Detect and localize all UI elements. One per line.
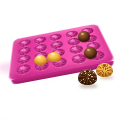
- loose-orange-gugelhupf-cake: [96, 63, 113, 77]
- lemon-cake-in-mold-2: [47, 52, 61, 62]
- product-photo-stage: [0, 0, 120, 120]
- cavity-well: [16, 63, 30, 75]
- mold-cavity-r4c1: [15, 63, 32, 75]
- lemon-cake-in-mold-1: [34, 55, 47, 65]
- chocolate-cake-in-mold-1: [78, 31, 90, 42]
- loose-chocolate-gugelhupf-cake: [78, 69, 97, 85]
- chocolate-cake-in-mold-2: [84, 47, 97, 59]
